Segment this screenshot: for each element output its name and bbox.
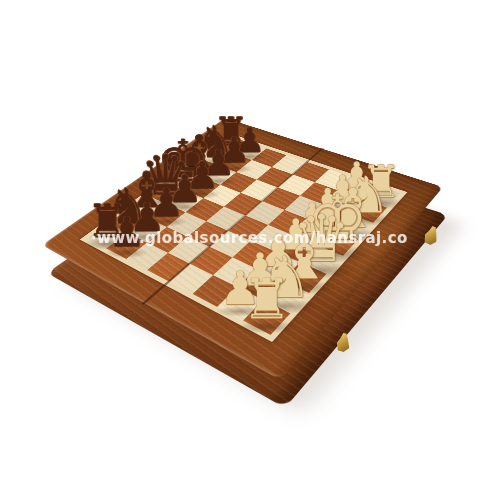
- chess-set-photo: ♜♞♝♛♚♝♞♜♟♟♟♟♟♟♟♟♟♟♟♟♟♟♟♟♜♞♝♛♚♝♞♜ ·www.gl…: [0, 0, 480, 480]
- watermark-text: ·www.globalsources.com/hansraj.co: [91, 229, 408, 247]
- piece-shadow: [238, 319, 296, 333]
- light-rook-a1: ♜: [242, 272, 291, 327]
- piece-shadow: [105, 247, 148, 258]
